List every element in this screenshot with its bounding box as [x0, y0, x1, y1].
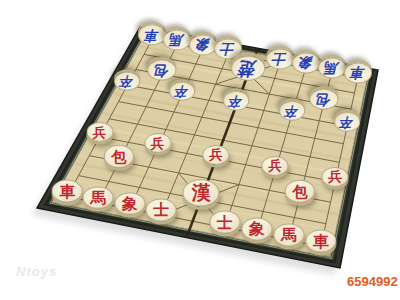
product-photo: 車馬象士士象馬車楚包包卒卒卒卒卒兵兵兵兵兵包包漢車馬象士士象馬車 Ntoys 6…: [0, 0, 400, 300]
janggi-board: [0, 0, 400, 300]
watermark-logo: Ntoys: [16, 264, 57, 279]
watermark-product-code: 6594992: [347, 274, 398, 289]
